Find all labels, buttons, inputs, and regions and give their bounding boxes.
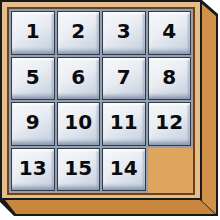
tile-6[interactable]: 6	[57, 57, 101, 101]
fifteen-puzzle-box: 123456789101112131514	[0, 0, 220, 220]
tile-number: 8	[162, 67, 176, 87]
tile-number: 3	[117, 21, 131, 41]
tile-number: 15	[64, 158, 92, 178]
tile-number: 14	[110, 158, 138, 178]
tile-number: 11	[110, 112, 138, 132]
tile-number: 10	[64, 112, 92, 132]
board-surface: 123456789101112131514	[7, 7, 195, 195]
tile-number: 6	[71, 67, 85, 87]
tile-number: 9	[26, 112, 40, 132]
tile-3[interactable]: 3	[102, 11, 146, 55]
tile-10[interactable]: 10	[57, 102, 101, 146]
tile-9[interactable]: 9	[11, 102, 55, 146]
tile-number: 13	[19, 158, 47, 178]
tile-14[interactable]: 14	[102, 148, 146, 192]
tile-12[interactable]: 12	[148, 102, 192, 146]
tile-2[interactable]: 2	[57, 11, 101, 55]
tile-15[interactable]: 15	[57, 148, 101, 192]
tile-number: 1	[26, 21, 40, 41]
board-grid: 123456789101112131514	[9, 9, 193, 193]
tile-5[interactable]: 5	[11, 57, 55, 101]
box-frame: 123456789101112131514	[2, 2, 200, 198]
tile-13[interactable]: 13	[11, 148, 55, 192]
tile-1[interactable]: 1	[11, 11, 55, 55]
tile-number: 2	[71, 21, 85, 41]
empty-cell	[148, 148, 192, 192]
tile-number: 4	[162, 21, 176, 41]
tile-number: 7	[117, 67, 131, 87]
tile-8[interactable]: 8	[148, 57, 192, 101]
tile-11[interactable]: 11	[102, 102, 146, 146]
tile-7[interactable]: 7	[102, 57, 146, 101]
tile-4[interactable]: 4	[148, 11, 192, 55]
tile-number: 12	[155, 112, 183, 132]
tile-number: 5	[26, 67, 40, 87]
